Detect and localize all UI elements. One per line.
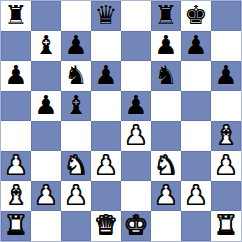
square-e8[interactable]: [121, 1, 151, 31]
square-h6[interactable]: ♟: [211, 61, 241, 91]
square-d7[interactable]: [91, 31, 121, 61]
square-c4[interactable]: [61, 121, 91, 151]
white-queen[interactable]: ♛: [94, 212, 117, 238]
black-knight[interactable]: ♞: [64, 62, 87, 88]
black-rook[interactable]: ♜: [4, 2, 27, 28]
black-pawn[interactable]: ♟: [124, 92, 147, 118]
square-a2[interactable]: ♝: [1, 181, 31, 211]
square-b3[interactable]: [31, 151, 61, 181]
white-pawn[interactable]: ♟: [64, 182, 87, 208]
square-b6[interactable]: [31, 61, 61, 91]
white-king[interactable]: ♚: [124, 212, 147, 238]
white-rook[interactable]: ♜: [214, 212, 237, 238]
square-d5[interactable]: [91, 91, 121, 121]
square-h3[interactable]: ♟: [211, 151, 241, 181]
white-knight[interactable]: ♞: [64, 152, 87, 178]
black-pawn[interactable]: ♟: [4, 62, 27, 88]
square-d8[interactable]: ♛: [91, 1, 121, 31]
square-b1[interactable]: [31, 211, 61, 241]
square-b8[interactable]: [31, 1, 61, 31]
black-pawn[interactable]: ♟: [184, 32, 207, 58]
square-a7[interactable]: [1, 31, 31, 61]
square-h7[interactable]: [211, 31, 241, 61]
white-pawn[interactable]: ♟: [34, 182, 57, 208]
white-bishop[interactable]: ♝: [214, 122, 237, 148]
square-b5[interactable]: ♟: [31, 91, 61, 121]
white-pawn[interactable]: ♟: [94, 152, 117, 178]
square-f3[interactable]: ♞: [151, 151, 181, 181]
square-e3[interactable]: [121, 151, 151, 181]
black-knight[interactable]: ♞: [154, 62, 177, 88]
square-f6[interactable]: ♞: [151, 61, 181, 91]
square-c5[interactable]: ♝: [61, 91, 91, 121]
white-rook[interactable]: ♜: [4, 212, 27, 238]
square-c6[interactable]: ♞: [61, 61, 91, 91]
square-h5[interactable]: [211, 91, 241, 121]
square-c7[interactable]: ♟: [61, 31, 91, 61]
white-pawn[interactable]: ♟: [184, 182, 207, 208]
square-d2[interactable]: [91, 181, 121, 211]
square-f7[interactable]: ♟: [151, 31, 181, 61]
square-f4[interactable]: [151, 121, 181, 151]
square-e2[interactable]: [121, 181, 151, 211]
square-d1[interactable]: ♛: [91, 211, 121, 241]
white-knight[interactable]: ♞: [154, 152, 177, 178]
square-e1[interactable]: ♚: [121, 211, 151, 241]
black-bishop[interactable]: ♝: [64, 92, 87, 118]
square-c8[interactable]: [61, 1, 91, 31]
square-f2[interactable]: ♟: [151, 181, 181, 211]
square-g5[interactable]: [181, 91, 211, 121]
square-b2[interactable]: ♟: [31, 181, 61, 211]
square-b7[interactable]: ♝: [31, 31, 61, 61]
square-a8[interactable]: ♜: [1, 1, 31, 31]
square-g3[interactable]: [181, 151, 211, 181]
white-bishop[interactable]: ♝: [4, 182, 27, 208]
white-pawn[interactable]: ♟: [4, 152, 27, 178]
square-f1[interactable]: [151, 211, 181, 241]
black-queen[interactable]: ♛: [94, 2, 117, 28]
square-f5[interactable]: [151, 91, 181, 121]
square-a4[interactable]: [1, 121, 31, 151]
white-pawn[interactable]: ♟: [154, 182, 177, 208]
square-a6[interactable]: ♟: [1, 61, 31, 91]
black-pawn[interactable]: ♟: [214, 62, 237, 88]
black-pawn[interactable]: ♟: [94, 62, 117, 88]
square-d4[interactable]: [91, 121, 121, 151]
black-pawn[interactable]: ♟: [64, 32, 87, 58]
black-rook[interactable]: ♜: [154, 2, 177, 28]
square-e6[interactable]: [121, 61, 151, 91]
square-a5[interactable]: [1, 91, 31, 121]
square-c3[interactable]: ♞: [61, 151, 91, 181]
square-g4[interactable]: [181, 121, 211, 151]
square-e4[interactable]: ♟: [121, 121, 151, 151]
white-pawn[interactable]: ♟: [214, 152, 237, 178]
square-a3[interactable]: ♟: [1, 151, 31, 181]
square-h4[interactable]: ♝: [211, 121, 241, 151]
square-g6[interactable]: [181, 61, 211, 91]
square-d3[interactable]: ♟: [91, 151, 121, 181]
black-pawn[interactable]: ♟: [154, 32, 177, 58]
square-a1[interactable]: ♜: [1, 211, 31, 241]
square-g1[interactable]: [181, 211, 211, 241]
white-pawn[interactable]: ♟: [124, 122, 147, 148]
square-f8[interactable]: ♜: [151, 1, 181, 31]
square-d6[interactable]: ♟: [91, 61, 121, 91]
square-b4[interactable]: [31, 121, 61, 151]
chess-board: ♜♛♜♚♝♟♟♟♟♞♟♞♟♟♝♟♟♝♟♞♟♞♟♝♟♟♟♟♜♛♚♜: [0, 0, 242, 242]
square-g7[interactable]: ♟: [181, 31, 211, 61]
black-king[interactable]: ♚: [184, 2, 207, 28]
square-h1[interactable]: ♜: [211, 211, 241, 241]
black-pawn[interactable]: ♟: [34, 92, 57, 118]
square-c2[interactable]: ♟: [61, 181, 91, 211]
square-c1[interactable]: [61, 211, 91, 241]
black-bishop[interactable]: ♝: [34, 32, 57, 58]
square-g2[interactable]: ♟: [181, 181, 211, 211]
square-h2[interactable]: [211, 181, 241, 211]
square-g8[interactable]: ♚: [181, 1, 211, 31]
square-e7[interactable]: [121, 31, 151, 61]
square-e5[interactable]: ♟: [121, 91, 151, 121]
square-h8[interactable]: [211, 1, 241, 31]
